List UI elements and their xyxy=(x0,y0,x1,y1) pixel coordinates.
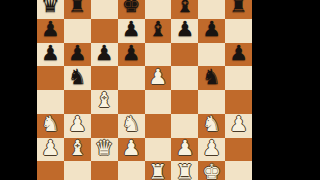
square-e8[interactable] xyxy=(145,0,172,19)
square-a4[interactable] xyxy=(37,90,64,114)
piece-white-knight[interactable]: ♞ xyxy=(122,114,141,135)
square-e3[interactable] xyxy=(145,114,172,138)
piece-white-pawn[interactable]: ♟ xyxy=(122,138,141,159)
square-a1[interactable] xyxy=(37,161,64,180)
square-f1[interactable]: ♜ xyxy=(171,161,198,180)
square-d1[interactable] xyxy=(118,161,145,180)
piece-white-pawn[interactable]: ♟ xyxy=(229,114,248,135)
piece-white-bishop[interactable]: ♝ xyxy=(68,138,87,159)
square-d4[interactable] xyxy=(118,90,145,114)
square-f7[interactable]: ♟ xyxy=(171,19,198,43)
square-h8[interactable]: ♜ xyxy=(225,0,252,19)
piece-black-knight[interactable]: ♞ xyxy=(202,67,221,88)
left-black-bar xyxy=(0,0,37,180)
square-h1[interactable] xyxy=(225,161,252,180)
square-g8[interactable] xyxy=(198,0,225,19)
piece-black-bishop[interactable]: ♝ xyxy=(175,0,194,16)
piece-white-rook[interactable]: ♜ xyxy=(175,162,194,180)
piece-white-pawn[interactable]: ♟ xyxy=(175,138,194,159)
square-h2[interactable] xyxy=(225,138,252,162)
square-c2[interactable]: ♛ xyxy=(91,138,118,162)
square-f4[interactable] xyxy=(171,90,198,114)
square-b2[interactable]: ♝ xyxy=(64,138,91,162)
piece-white-king[interactable]: ♚ xyxy=(202,162,221,180)
square-b8[interactable]: ♜ xyxy=(64,0,91,19)
piece-black-pawn[interactable]: ♟ xyxy=(68,43,87,64)
piece-black-queen[interactable]: ♛ xyxy=(41,0,60,16)
square-e7[interactable]: ♝ xyxy=(145,19,172,43)
square-h7[interactable] xyxy=(225,19,252,43)
square-a2[interactable]: ♟ xyxy=(37,138,64,162)
square-c4[interactable]: ♝ xyxy=(91,90,118,114)
square-d3[interactable]: ♞ xyxy=(118,114,145,138)
piece-black-rook[interactable]: ♜ xyxy=(68,0,87,16)
square-b5[interactable]: ♞ xyxy=(64,66,91,90)
square-h4[interactable] xyxy=(225,90,252,114)
piece-white-bishop[interactable]: ♝ xyxy=(95,90,114,111)
square-c7[interactable] xyxy=(91,19,118,43)
square-c3[interactable] xyxy=(91,114,118,138)
square-b7[interactable] xyxy=(64,19,91,43)
square-g1[interactable]: ♚ xyxy=(198,161,225,180)
square-c8[interactable] xyxy=(91,0,118,19)
square-a8[interactable]: ♛ xyxy=(37,0,64,19)
square-g2[interactable]: ♟ xyxy=(198,138,225,162)
piece-white-rook[interactable]: ♜ xyxy=(149,162,168,180)
piece-black-pawn[interactable]: ♟ xyxy=(122,43,141,64)
square-g7[interactable]: ♟ xyxy=(198,19,225,43)
square-f3[interactable] xyxy=(171,114,198,138)
square-e4[interactable] xyxy=(145,90,172,114)
square-a6[interactable]: ♟ xyxy=(37,43,64,67)
square-d6[interactable]: ♟ xyxy=(118,43,145,67)
square-g4[interactable] xyxy=(198,90,225,114)
square-b4[interactable] xyxy=(64,90,91,114)
square-f6[interactable] xyxy=(171,43,198,67)
square-d5[interactable] xyxy=(118,66,145,90)
square-b1[interactable] xyxy=(64,161,91,180)
square-b3[interactable]: ♟ xyxy=(64,114,91,138)
square-d2[interactable]: ♟ xyxy=(118,138,145,162)
video-frame: ♛♜♚♝♜♟♟♝♟♟♟♟♟♟♟♞♟♞♝♞♟♞♞♟♟♝♛♟♟♟♜♜♚ xyxy=(0,0,320,180)
square-e1[interactable]: ♜ xyxy=(145,161,172,180)
square-c1[interactable] xyxy=(91,161,118,180)
piece-white-pawn[interactable]: ♟ xyxy=(41,138,60,159)
piece-white-queen[interactable]: ♛ xyxy=(95,138,114,159)
square-g6[interactable] xyxy=(198,43,225,67)
right-black-bar xyxy=(252,0,320,180)
piece-black-king[interactable]: ♚ xyxy=(122,0,141,16)
square-h5[interactable] xyxy=(225,66,252,90)
square-g3[interactable]: ♞ xyxy=(198,114,225,138)
piece-black-rook[interactable]: ♜ xyxy=(229,0,248,16)
piece-black-pawn[interactable]: ♟ xyxy=(175,19,194,40)
square-e6[interactable] xyxy=(145,43,172,67)
square-f8[interactable]: ♝ xyxy=(171,0,198,19)
piece-black-pawn[interactable]: ♟ xyxy=(229,43,248,64)
square-f2[interactable]: ♟ xyxy=(171,138,198,162)
piece-white-pawn[interactable]: ♟ xyxy=(202,138,221,159)
chess-board: ♛♜♚♝♜♟♟♝♟♟♟♟♟♟♟♞♟♞♝♞♟♞♞♟♟♝♛♟♟♟♜♜♚ xyxy=(37,0,252,180)
square-a3[interactable]: ♞ xyxy=(37,114,64,138)
square-d8[interactable]: ♚ xyxy=(118,0,145,19)
piece-black-bishop[interactable]: ♝ xyxy=(149,19,168,40)
square-g5[interactable]: ♞ xyxy=(198,66,225,90)
piece-black-knight[interactable]: ♞ xyxy=(68,67,87,88)
piece-black-pawn[interactable]: ♟ xyxy=(41,43,60,64)
piece-black-pawn[interactable]: ♟ xyxy=(95,43,114,64)
square-a7[interactable]: ♟ xyxy=(37,19,64,43)
square-e2[interactable] xyxy=(145,138,172,162)
piece-white-knight[interactable]: ♞ xyxy=(202,114,221,135)
piece-black-pawn[interactable]: ♟ xyxy=(202,19,221,40)
square-e5[interactable]: ♟ xyxy=(145,66,172,90)
piece-black-pawn[interactable]: ♟ xyxy=(122,19,141,40)
square-f5[interactable] xyxy=(171,66,198,90)
square-h6[interactable]: ♟ xyxy=(225,43,252,67)
piece-white-pawn[interactable]: ♟ xyxy=(149,67,168,88)
square-c6[interactable]: ♟ xyxy=(91,43,118,67)
square-a5[interactable] xyxy=(37,66,64,90)
square-h3[interactable]: ♟ xyxy=(225,114,252,138)
piece-white-pawn[interactable]: ♟ xyxy=(68,114,87,135)
square-c5[interactable] xyxy=(91,66,118,90)
piece-white-knight[interactable]: ♞ xyxy=(41,114,60,135)
square-b6[interactable]: ♟ xyxy=(64,43,91,67)
piece-black-pawn[interactable]: ♟ xyxy=(41,19,60,40)
square-d7[interactable]: ♟ xyxy=(118,19,145,43)
